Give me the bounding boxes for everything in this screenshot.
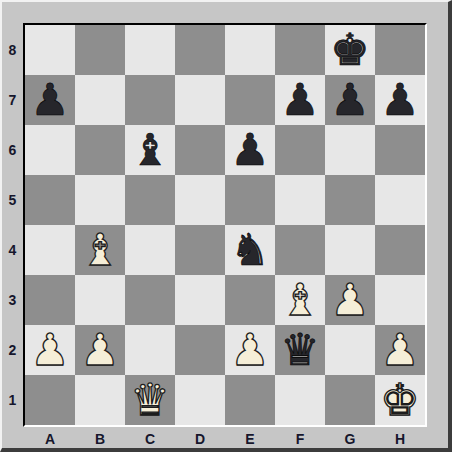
- chess-board: ♚♟♟♟♟♝♟♝♞♝♟♟♟♟♛♟♛♚: [23, 23, 427, 427]
- rank-label-1: 1: [2, 375, 23, 425]
- square-h7[interactable]: ♟: [375, 75, 425, 125]
- square-f6[interactable]: [275, 125, 325, 175]
- square-e4[interactable]: ♞: [225, 225, 275, 275]
- black-pawn[interactable]: ♟: [30, 75, 69, 125]
- square-h2[interactable]: ♟: [375, 325, 425, 375]
- square-g6[interactable]: [325, 125, 375, 175]
- black-king[interactable]: ♚: [330, 25, 369, 75]
- square-a8[interactable]: [25, 25, 75, 75]
- white-pawn[interactable]: ♟: [380, 325, 419, 375]
- square-f3[interactable]: ♝: [275, 275, 325, 325]
- square-h5[interactable]: [375, 175, 425, 225]
- board-grid: ♚♟♟♟♟♝♟♝♞♝♟♟♟♟♛♟♛♚: [25, 25, 425, 425]
- square-f1[interactable]: [275, 375, 325, 425]
- square-b5[interactable]: [75, 175, 125, 225]
- square-a3[interactable]: [25, 275, 75, 325]
- square-h3[interactable]: [375, 275, 425, 325]
- square-h8[interactable]: [375, 25, 425, 75]
- square-g4[interactable]: [325, 225, 375, 275]
- square-d4[interactable]: [175, 225, 225, 275]
- file-label-g: G: [325, 427, 375, 450]
- square-a2[interactable]: ♟: [25, 325, 75, 375]
- black-pawn[interactable]: ♟: [230, 125, 269, 175]
- black-pawn[interactable]: ♟: [280, 75, 319, 125]
- square-b4[interactable]: ♝: [75, 225, 125, 275]
- file-label-e: E: [225, 427, 275, 450]
- square-e1[interactable]: [225, 375, 275, 425]
- square-c5[interactable]: [125, 175, 175, 225]
- square-b2[interactable]: ♟: [75, 325, 125, 375]
- square-d3[interactable]: [175, 275, 225, 325]
- square-g1[interactable]: [325, 375, 375, 425]
- square-c8[interactable]: [125, 25, 175, 75]
- square-g3[interactable]: ♟: [325, 275, 375, 325]
- rank-label-8: 8: [2, 25, 23, 75]
- square-e6[interactable]: ♟: [225, 125, 275, 175]
- square-g2[interactable]: [325, 325, 375, 375]
- white-bishop[interactable]: ♝: [80, 225, 119, 275]
- rank-label-7: 7: [2, 75, 23, 125]
- white-king[interactable]: ♚: [380, 375, 419, 425]
- square-e3[interactable]: [225, 275, 275, 325]
- square-d1[interactable]: [175, 375, 225, 425]
- square-c7[interactable]: [125, 75, 175, 125]
- square-a6[interactable]: [25, 125, 75, 175]
- square-h1[interactable]: ♚: [375, 375, 425, 425]
- file-label-b: B: [75, 427, 125, 450]
- square-d7[interactable]: [175, 75, 225, 125]
- square-c4[interactable]: [125, 225, 175, 275]
- file-label-c: C: [125, 427, 175, 450]
- square-f7[interactable]: ♟: [275, 75, 325, 125]
- square-c1[interactable]: ♛: [125, 375, 175, 425]
- white-pawn[interactable]: ♟: [230, 325, 269, 375]
- white-pawn[interactable]: ♟: [330, 275, 369, 325]
- rank-label-4: 4: [2, 225, 23, 275]
- black-bishop[interactable]: ♝: [130, 125, 169, 175]
- black-knight[interactable]: ♞: [230, 225, 269, 275]
- square-d8[interactable]: [175, 25, 225, 75]
- square-g8[interactable]: ♚: [325, 25, 375, 75]
- square-b1[interactable]: [75, 375, 125, 425]
- rank-label-3: 3: [2, 275, 23, 325]
- square-b8[interactable]: [75, 25, 125, 75]
- square-f8[interactable]: [275, 25, 325, 75]
- square-e7[interactable]: [225, 75, 275, 125]
- square-c2[interactable]: [125, 325, 175, 375]
- square-g5[interactable]: [325, 175, 375, 225]
- square-b6[interactable]: [75, 125, 125, 175]
- square-a7[interactable]: ♟: [25, 75, 75, 125]
- file-label-d: D: [175, 427, 225, 450]
- square-f2[interactable]: ♛: [275, 325, 325, 375]
- rank-label-6: 6: [2, 125, 23, 175]
- white-queen[interactable]: ♛: [130, 375, 169, 425]
- file-labels: ABCDEFGH: [25, 427, 425, 450]
- square-c3[interactable]: [125, 275, 175, 325]
- square-c6[interactable]: ♝: [125, 125, 175, 175]
- file-label-f: F: [275, 427, 325, 450]
- file-label-a: A: [25, 427, 75, 450]
- chess-diagram-panel: 87654321 ♚♟♟♟♟♝♟♝♞♝♟♟♟♟♛♟♛♚ ABCDEFGH: [0, 0, 452, 452]
- square-b3[interactable]: [75, 275, 125, 325]
- square-e8[interactable]: [225, 25, 275, 75]
- black-pawn[interactable]: ♟: [380, 75, 419, 125]
- white-bishop[interactable]: ♝: [280, 275, 319, 325]
- black-queen[interactable]: ♛: [280, 325, 319, 375]
- rank-labels: 87654321: [2, 25, 23, 425]
- file-label-h: H: [375, 427, 425, 450]
- square-f4[interactable]: [275, 225, 325, 275]
- square-d6[interactable]: [175, 125, 225, 175]
- square-e5[interactable]: [225, 175, 275, 225]
- square-e2[interactable]: ♟: [225, 325, 275, 375]
- white-pawn[interactable]: ♟: [80, 325, 119, 375]
- rank-label-2: 2: [2, 325, 23, 375]
- square-a4[interactable]: [25, 225, 75, 275]
- square-f5[interactable]: [275, 175, 325, 225]
- square-d5[interactable]: [175, 175, 225, 225]
- square-g7[interactable]: ♟: [325, 75, 375, 125]
- white-pawn[interactable]: ♟: [30, 325, 69, 375]
- square-a1[interactable]: [25, 375, 75, 425]
- square-h6[interactable]: [375, 125, 425, 175]
- square-a5[interactable]: [25, 175, 75, 225]
- square-d2[interactable]: [175, 325, 225, 375]
- rank-label-5: 5: [2, 175, 23, 225]
- square-b7[interactable]: [75, 75, 125, 125]
- square-h4[interactable]: [375, 225, 425, 275]
- black-pawn[interactable]: ♟: [330, 75, 369, 125]
